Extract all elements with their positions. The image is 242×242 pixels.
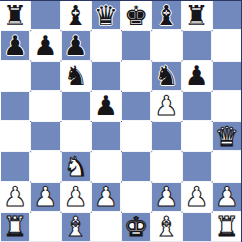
square-c5[interactable] [61,91,91,121]
square-d2[interactable]: ♟ [91,182,121,212]
white-pawn[interactable]: ♟ [3,183,27,210]
square-c1[interactable]: ♝ [61,212,91,242]
black-rook[interactable]: ♜ [185,2,209,29]
square-f3[interactable] [151,151,181,181]
black-queen[interactable]: ♛ [94,2,118,29]
square-c8[interactable]: ♝ [61,0,91,30]
square-h8[interactable] [212,0,242,30]
square-b6[interactable] [30,61,60,91]
white-knight[interactable]: ♞ [64,153,88,180]
square-f8[interactable]: ♝ [151,0,181,30]
black-knight[interactable]: ♞ [64,62,88,89]
square-g8[interactable]: ♜ [182,0,212,30]
square-f5[interactable]: ♟ [151,91,181,121]
square-b3[interactable] [30,151,60,181]
white-pawn[interactable]: ♟ [154,183,178,210]
square-h2[interactable]: ♟ [212,182,242,212]
square-d7[interactable] [91,30,121,60]
square-b7[interactable]: ♟ [30,30,60,60]
square-d5[interactable]: ♟ [91,91,121,121]
square-d8[interactable]: ♛ [91,0,121,30]
square-d6[interactable] [91,61,121,91]
square-g4[interactable] [182,121,212,151]
white-bishop[interactable]: ♝ [64,213,88,240]
square-g5[interactable] [182,91,212,121]
white-pawn[interactable]: ♟ [33,183,57,210]
square-e8[interactable]: ♚ [121,0,151,30]
square-e6[interactable] [121,61,151,91]
black-rook[interactable]: ♜ [3,2,27,29]
square-a8[interactable]: ♜ [0,0,30,30]
chess-board: ♜♝♛♚♝♜♟♟♟♞♞♟♟♟♛♞♟♟♟♟♟♟♟♜♝♚♝♜ [0,0,242,242]
black-bishop[interactable]: ♝ [64,2,88,29]
square-g3[interactable] [182,151,212,181]
square-b8[interactable] [30,0,60,30]
square-e1[interactable]: ♚ [121,212,151,242]
square-a1[interactable]: ♜ [0,212,30,242]
black-pawn[interactable]: ♟ [94,92,118,119]
black-king[interactable]: ♚ [124,2,148,29]
square-d1[interactable] [91,212,121,242]
white-pawn[interactable]: ♟ [64,183,88,210]
square-e2[interactable] [121,182,151,212]
white-pawn[interactable]: ♟ [154,92,178,119]
square-f6[interactable]: ♞ [151,61,181,91]
black-pawn[interactable]: ♟ [64,32,88,59]
square-g6[interactable]: ♟ [182,61,212,91]
square-e7[interactable] [121,30,151,60]
square-c6[interactable]: ♞ [61,61,91,91]
white-queen[interactable]: ♛ [215,123,239,150]
square-f7[interactable] [151,30,181,60]
square-g1[interactable] [182,212,212,242]
square-c2[interactable]: ♟ [61,182,91,212]
black-pawn[interactable]: ♟ [185,62,209,89]
square-b1[interactable] [30,212,60,242]
white-pawn[interactable]: ♟ [185,183,209,210]
black-pawn[interactable]: ♟ [3,32,27,59]
square-g2[interactable]: ♟ [182,182,212,212]
square-b2[interactable]: ♟ [30,182,60,212]
white-bishop[interactable]: ♝ [154,213,178,240]
square-f4[interactable] [151,121,181,151]
square-h4[interactable]: ♛ [212,121,242,151]
square-c7[interactable]: ♟ [61,30,91,60]
square-e4[interactable] [121,121,151,151]
white-rook[interactable]: ♜ [215,213,239,240]
square-f1[interactable]: ♝ [151,212,181,242]
square-h1[interactable]: ♜ [212,212,242,242]
white-king[interactable]: ♚ [124,213,148,240]
black-pawn[interactable]: ♟ [33,32,57,59]
white-pawn[interactable]: ♟ [215,183,239,210]
square-h3[interactable] [212,151,242,181]
square-a7[interactable]: ♟ [0,30,30,60]
white-rook[interactable]: ♜ [3,213,27,240]
square-a5[interactable] [0,91,30,121]
square-a2[interactable]: ♟ [0,182,30,212]
square-b5[interactable] [30,91,60,121]
black-bishop[interactable]: ♝ [154,2,178,29]
square-e5[interactable] [121,91,151,121]
black-knight[interactable]: ♞ [154,62,178,89]
square-d4[interactable] [91,121,121,151]
square-a3[interactable] [0,151,30,181]
square-h5[interactable] [212,91,242,121]
square-b4[interactable] [30,121,60,151]
square-h6[interactable] [212,61,242,91]
square-c4[interactable] [61,121,91,151]
square-f2[interactable]: ♟ [151,182,181,212]
square-h7[interactable] [212,30,242,60]
square-a4[interactable] [0,121,30,151]
white-pawn[interactable]: ♟ [94,183,118,210]
square-a6[interactable] [0,61,30,91]
square-e3[interactable] [121,151,151,181]
square-d3[interactable] [91,151,121,181]
square-g7[interactable] [182,30,212,60]
square-c3[interactable]: ♞ [61,151,91,181]
